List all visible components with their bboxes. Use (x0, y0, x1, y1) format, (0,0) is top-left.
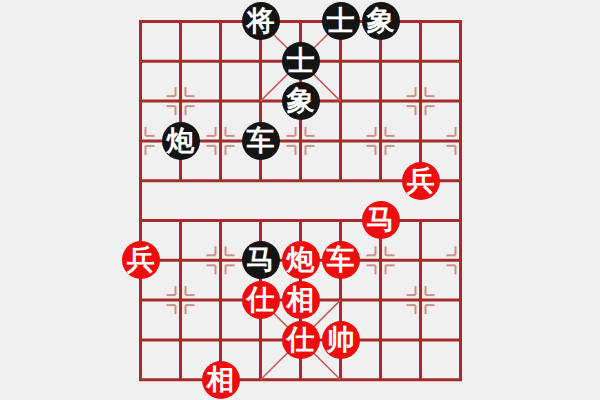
piece-black-elephant[interactable]: 象 (362, 2, 400, 40)
piece-red-elephant[interactable]: 相 (282, 281, 320, 319)
piece-black-general[interactable]: 将 (242, 2, 280, 40)
piece-black-horse[interactable]: 马 (242, 241, 280, 279)
piece-black-chariot[interactable]: 车 (242, 122, 280, 160)
piece-red-general[interactable]: 帅 (322, 321, 360, 359)
xiangqi-app: 将士象士象炮车兵马兵马炮车仕相仕帅相 (0, 0, 600, 400)
piece-red-soldier[interactable]: 兵 (402, 162, 440, 200)
xiangqi-board[interactable]: 将士象士象炮车兵马兵马炮车仕相仕帅相 (121, 2, 481, 400)
piece-red-horse[interactable]: 马 (362, 201, 400, 239)
piece-red-cannon[interactable]: 炮 (282, 241, 320, 279)
piece-black-advisor[interactable]: 士 (282, 42, 320, 80)
piece-black-advisor[interactable]: 士 (322, 2, 360, 40)
piece-red-chariot[interactable]: 车 (322, 241, 360, 279)
piece-red-advisor[interactable]: 仕 (242, 281, 280, 319)
piece-red-advisor[interactable]: 仕 (282, 321, 320, 359)
piece-black-elephant[interactable]: 象 (282, 82, 320, 120)
piece-red-elephant[interactable]: 相 (202, 361, 240, 399)
piece-red-soldier[interactable]: 兵 (122, 241, 160, 279)
piece-black-cannon[interactable]: 炮 (162, 122, 200, 160)
